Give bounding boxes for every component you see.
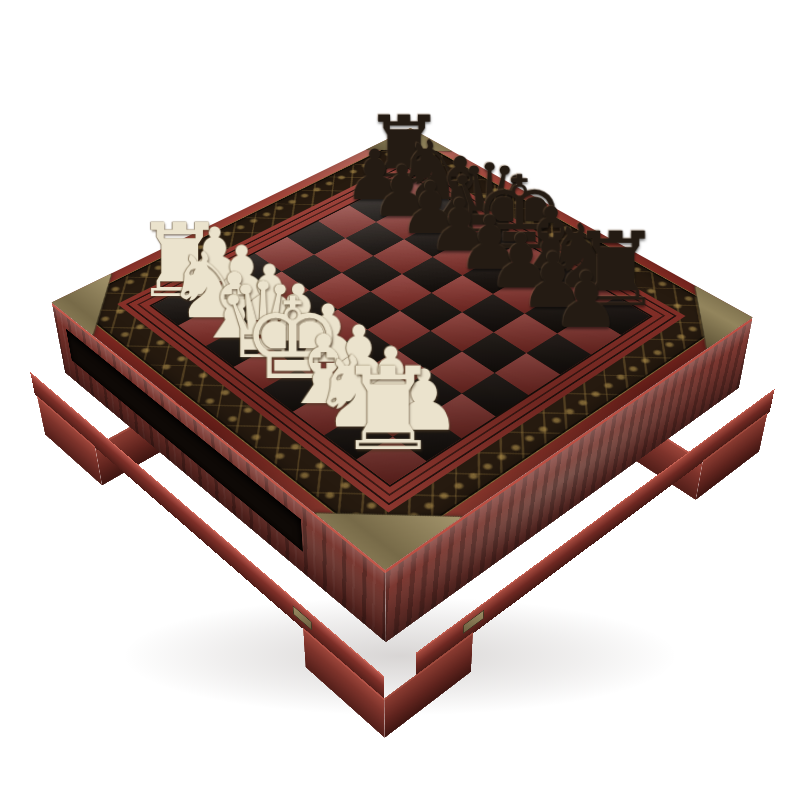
outer-red-rim: ♜♞♝♛♚♝♞♜♟♟♟♟♟♟♟♟♟♟♟♟♟♟♟♟♜♞♝♛♚♝♞♜ [52,128,753,570]
product-photo-canvas: ♜♞♝♛♚♝♞♜♟♟♟♟♟♟♟♟♟♟♟♟♟♟♟♟♜♞♝♛♚♝♞♜ [0,0,800,800]
chess-box: ♜♞♝♛♚♝♞♜♟♟♟♟♟♟♟♟♟♟♟♟♟♟♟♟♜♞♝♛♚♝♞♜ [52,128,753,570]
piece-black-pawn-h7[interactable]: ♟ [551,262,621,340]
scene: ♜♞♝♛♚♝♞♜♟♟♟♟♟♟♟♟♟♟♟♟♟♟♟♟♜♞♝♛♚♝♞♜ [0,0,800,800]
board-top: ♜♞♝♛♚♝♞♜♟♟♟♟♟♟♟♟♟♟♟♟♟♟♟♟♜♞♝♛♚♝♞♜ [52,128,753,570]
square-e5[interactable] [400,293,462,331]
square-h7[interactable]: ♟ [557,315,621,355]
square-h1[interactable]: ♜ [356,437,426,485]
piece-white-rook-h1[interactable]: ♜ [336,352,439,467]
